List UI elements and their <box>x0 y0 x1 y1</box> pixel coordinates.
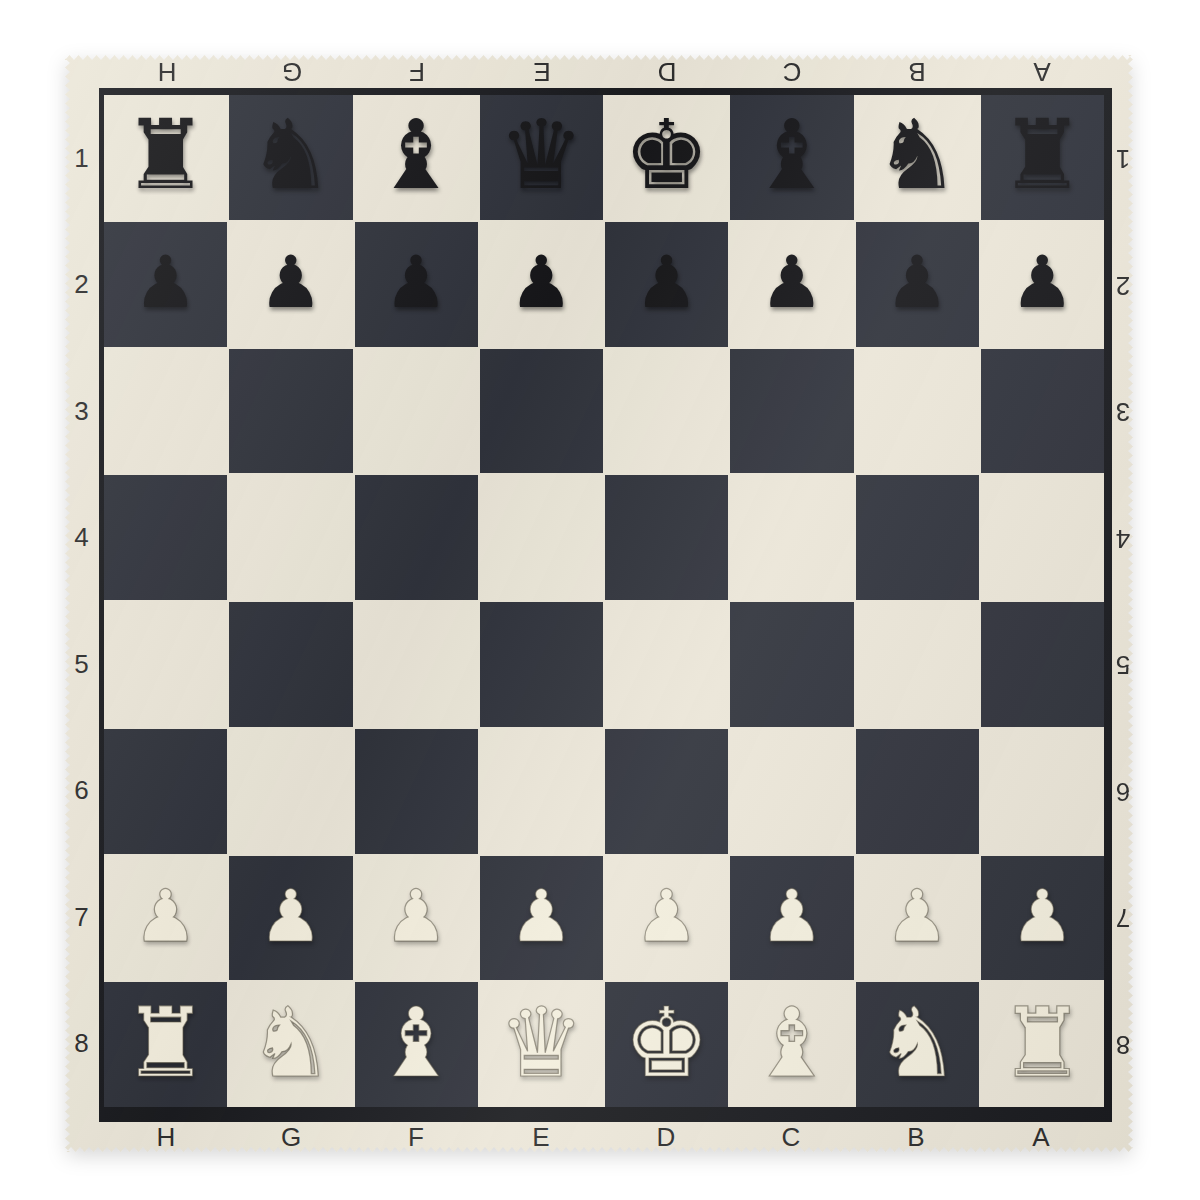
white-pawn-c7[interactable]: ♟ <box>760 880 825 952</box>
file-label-top-f: F <box>354 55 479 88</box>
square-a5[interactable] <box>981 602 1104 727</box>
white-rook-h8[interactable]: ♜ <box>123 995 209 1091</box>
file-label-top-d: D <box>604 55 729 88</box>
square-d5[interactable] <box>605 602 728 727</box>
black-pawn-g2[interactable]: ♟ <box>259 246 324 318</box>
square-b5[interactable] <box>856 602 979 727</box>
square-d7[interactable]: ♟ <box>605 856 728 981</box>
square-d1[interactable]: ♚ <box>605 95 728 220</box>
white-pawn-h7[interactable]: ♟ <box>133 880 198 952</box>
rank-label-left-8: 8 <box>65 981 99 1108</box>
square-a3[interactable] <box>981 349 1104 474</box>
rank-label-left-4: 4 <box>65 475 99 602</box>
rank-labels-left: 12345678 <box>65 88 99 1122</box>
square-h3[interactable] <box>104 349 227 474</box>
square-g1[interactable]: ♞ <box>229 95 352 220</box>
square-a8[interactable]: ♜ <box>981 982 1104 1107</box>
rank-label-right-4: 4 <box>1112 475 1133 602</box>
square-h1[interactable]: ♜ <box>104 95 227 220</box>
square-e1[interactable]: ♛ <box>480 95 603 220</box>
white-knight-b8[interactable]: ♞ <box>874 995 960 1091</box>
square-a1[interactable]: ♜ <box>981 95 1104 220</box>
white-pawn-e7[interactable]: ♟ <box>509 880 574 952</box>
file-label-bottom-e: E <box>479 1122 604 1153</box>
square-g6[interactable] <box>229 729 352 854</box>
square-d4[interactable] <box>605 475 728 600</box>
black-rook-a1[interactable]: ♜ <box>999 107 1085 203</box>
rank-label-left-3: 3 <box>65 348 99 475</box>
square-b6[interactable] <box>856 729 979 854</box>
white-knight-g8[interactable]: ♞ <box>248 995 334 1091</box>
black-pawn-b2[interactable]: ♟ <box>885 246 950 318</box>
black-pawn-d2[interactable]: ♟ <box>634 246 699 318</box>
black-pawn-e2[interactable]: ♟ <box>509 246 574 318</box>
square-h2[interactable]: ♟ <box>104 222 227 347</box>
square-b8[interactable]: ♞ <box>856 982 979 1107</box>
white-pawn-d7[interactable]: ♟ <box>634 880 699 952</box>
square-c1[interactable]: ♝ <box>730 95 853 220</box>
square-b3[interactable] <box>856 349 979 474</box>
rank-labels-right: 12345678 <box>1112 88 1133 1122</box>
rank-label-left-6: 6 <box>65 728 99 855</box>
square-g4[interactable] <box>229 475 352 600</box>
file-label-top-b: B <box>854 55 979 88</box>
white-pawn-b7[interactable]: ♟ <box>885 880 950 952</box>
white-pawn-a7[interactable]: ♟ <box>1010 880 1075 952</box>
square-e5[interactable] <box>480 602 603 727</box>
black-king-d1[interactable]: ♚ <box>624 107 710 203</box>
rank-label-right-1: 1 <box>1112 95 1133 222</box>
black-pawn-c2[interactable]: ♟ <box>760 246 825 318</box>
file-label-bottom-f: F <box>354 1122 479 1153</box>
white-pawn-f7[interactable]: ♟ <box>384 880 449 952</box>
file-label-bottom-b: B <box>854 1122 979 1153</box>
square-f4[interactable] <box>355 475 478 600</box>
file-label-top-g: G <box>229 55 354 88</box>
square-c8[interactable]: ♝ <box>730 982 853 1107</box>
square-f1[interactable]: ♝ <box>355 95 478 220</box>
white-pawn-g7[interactable]: ♟ <box>259 880 324 952</box>
square-d6[interactable] <box>605 729 728 854</box>
black-pawn-f2[interactable]: ♟ <box>384 246 449 318</box>
vinyl-chess-mat: HGFEDCBA 12345678 ♜♞♝♛♚♝♞♜♟♟♟♟♟♟♟♟♟♟♟♟♟♟… <box>65 55 1133 1152</box>
white-bishop-f8[interactable]: ♝ <box>373 995 459 1091</box>
square-b7[interactable]: ♟ <box>856 856 979 981</box>
file-label-bottom-c: C <box>729 1122 854 1153</box>
file-label-bottom-h: H <box>104 1122 229 1153</box>
square-f5[interactable] <box>355 602 478 727</box>
square-g3[interactable] <box>229 349 352 474</box>
rank-label-right-6: 6 <box>1112 728 1133 855</box>
black-knight-b1[interactable]: ♞ <box>874 107 960 203</box>
photo-background: HGFEDCBA 12345678 ♜♞♝♛♚♝♞♜♟♟♟♟♟♟♟♟♟♟♟♟♟♟… <box>0 0 1200 1200</box>
black-bishop-c1[interactable]: ♝ <box>749 107 835 203</box>
square-d8[interactable]: ♚ <box>605 982 728 1107</box>
square-h8[interactable]: ♜ <box>104 982 227 1107</box>
file-label-bottom-g: G <box>229 1122 354 1153</box>
white-king-d8[interactable]: ♚ <box>624 995 710 1091</box>
square-e6[interactable] <box>480 729 603 854</box>
white-bishop-c8[interactable]: ♝ <box>749 995 835 1091</box>
file-label-bottom-a: A <box>979 1122 1104 1153</box>
file-label-top-c: C <box>729 55 854 88</box>
file-label-top-e: E <box>479 55 604 88</box>
mat-shadow: HGFEDCBA 12345678 ♜♞♝♛♚♝♞♜♟♟♟♟♟♟♟♟♟♟♟♟♟♟… <box>65 55 1133 1152</box>
square-f7[interactable]: ♟ <box>355 856 478 981</box>
square-f3[interactable] <box>355 349 478 474</box>
square-h6[interactable] <box>104 729 227 854</box>
rank-label-right-8: 8 <box>1112 981 1133 1108</box>
square-d2[interactable]: ♟ <box>605 222 728 347</box>
square-g5[interactable] <box>229 602 352 727</box>
square-h5[interactable] <box>104 602 227 727</box>
file-label-top-a: A <box>979 55 1104 88</box>
file-labels-bottom: HGFEDCBA <box>99 1122 1112 1152</box>
rank-label-right-3: 3 <box>1112 348 1133 475</box>
square-c2[interactable]: ♟ <box>730 222 853 347</box>
square-a6[interactable] <box>981 729 1104 854</box>
rank-label-left-1: 1 <box>65 95 99 222</box>
square-b1[interactable]: ♞ <box>856 95 979 220</box>
square-e4[interactable] <box>480 475 603 600</box>
white-queen-e8[interactable]: ♛ <box>498 995 584 1091</box>
square-g8[interactable]: ♞ <box>229 982 352 1107</box>
black-rook-h1[interactable]: ♜ <box>123 107 209 203</box>
square-b2[interactable]: ♟ <box>856 222 979 347</box>
square-a2[interactable]: ♟ <box>981 222 1104 347</box>
square-g7[interactable]: ♟ <box>229 856 352 981</box>
rank-label-left-5: 5 <box>65 601 99 728</box>
square-c7[interactable]: ♟ <box>730 856 853 981</box>
square-f6[interactable] <box>355 729 478 854</box>
square-b4[interactable] <box>856 475 979 600</box>
square-e3[interactable] <box>480 349 603 474</box>
rank-label-left-7: 7 <box>65 854 99 981</box>
square-e8[interactable]: ♛ <box>480 982 603 1107</box>
square-c6[interactable] <box>730 729 853 854</box>
square-h4[interactable] <box>104 475 227 600</box>
file-labels-top: HGFEDCBA <box>99 55 1112 88</box>
square-g2[interactable]: ♟ <box>229 222 352 347</box>
black-knight-g1[interactable]: ♞ <box>248 107 334 203</box>
rank-label-left-2: 2 <box>65 222 99 349</box>
white-rook-a8[interactable]: ♜ <box>999 995 1085 1091</box>
rank-label-right-2: 2 <box>1112 222 1133 349</box>
square-h7[interactable]: ♟ <box>104 856 227 981</box>
black-pawn-a2[interactable]: ♟ <box>1010 246 1075 318</box>
square-c3[interactable] <box>730 349 853 474</box>
square-a7[interactable]: ♟ <box>981 856 1104 981</box>
file-label-top-h: H <box>104 55 229 88</box>
rank-label-right-5: 5 <box>1112 601 1133 728</box>
file-label-bottom-d: D <box>604 1122 729 1153</box>
black-bishop-f1[interactable]: ♝ <box>373 107 459 203</box>
square-f2[interactable]: ♟ <box>355 222 478 347</box>
square-d3[interactable] <box>605 349 728 474</box>
square-c5[interactable] <box>730 602 853 727</box>
square-e7[interactable]: ♟ <box>480 856 603 981</box>
square-f8[interactable]: ♝ <box>355 982 478 1107</box>
square-c4[interactable] <box>730 475 853 600</box>
square-e2[interactable]: ♟ <box>480 222 603 347</box>
black-queen-e1[interactable]: ♛ <box>498 107 584 203</box>
chess-board: ♜♞♝♛♚♝♞♜♟♟♟♟♟♟♟♟♟♟♟♟♟♟♟♟♜♞♝♛♚♝♞♜ <box>99 88 1112 1122</box>
rank-label-right-7: 7 <box>1112 854 1133 981</box>
square-a4[interactable] <box>981 475 1104 600</box>
black-pawn-h2[interactable]: ♟ <box>133 246 198 318</box>
